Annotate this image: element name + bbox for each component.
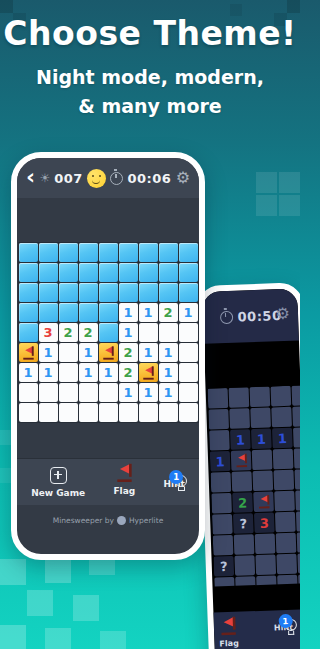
cell-opened[interactable] — [59, 403, 78, 422]
cell-number-1[interactable]: 1 — [139, 303, 158, 322]
cell-number-2[interactable]: 2 — [119, 363, 138, 382]
cell-opened[interactable] — [59, 363, 78, 382]
cell-unopened[interactable] — [274, 491, 295, 512]
cell-opened[interactable] — [159, 323, 178, 342]
flag-button[interactable]: Flag — [113, 468, 135, 496]
flag-icon — [258, 495, 269, 509]
cell-unopened[interactable] — [212, 514, 233, 535]
flag-button-label: Flag — [113, 486, 135, 496]
cell-unopened[interactable] — [250, 386, 271, 407]
decor-square — [45, 628, 71, 649]
cell-unopened[interactable] — [209, 430, 230, 451]
cell-unopened[interactable] — [294, 469, 300, 490]
decor-square — [0, 559, 26, 585]
cell-unopened[interactable] — [293, 427, 300, 448]
cell-unopened[interactable] — [271, 407, 292, 428]
classic-top-bar: ‹ ☀ 007 00:06 ⚙ — [17, 158, 199, 198]
decor-square — [279, 195, 300, 216]
cell-number-2[interactable]: 2 — [159, 303, 178, 322]
classic-bottom-bar: New Game Flag 1 Hint — [17, 458, 199, 505]
cell-unopened[interactable] — [159, 283, 178, 302]
cell-unopened[interactable] — [139, 243, 158, 262]
cell-flag[interactable] — [99, 343, 118, 362]
cell-opened[interactable] — [159, 403, 178, 422]
cell-unopened[interactable] — [232, 471, 253, 492]
subtitle-line-1: Night mode, modern, — [0, 63, 300, 92]
cell-unopened[interactable] — [211, 472, 232, 493]
cell-unopened[interactable] — [235, 576, 256, 586]
cell-flag[interactable] — [19, 343, 38, 362]
gear-icon[interactable]: ⚙ — [275, 306, 290, 322]
page-subtitle: Night mode, modern, & many more — [0, 63, 300, 121]
mine-icon: ☀ — [39, 172, 50, 184]
cell-flag[interactable] — [139, 363, 158, 382]
cell-opened[interactable] — [179, 343, 198, 362]
flag-button[interactable]: Flag — [219, 621, 239, 649]
cell-flag[interactable] — [253, 491, 274, 512]
cell-opened[interactable] — [179, 323, 198, 342]
hint-button[interactable]: 1 Hint — [274, 619, 293, 633]
cell-unopened[interactable] — [252, 470, 273, 491]
flag-icon — [236, 454, 247, 468]
cell-unopened[interactable] — [179, 263, 198, 282]
cell-unopened[interactable] — [256, 575, 277, 586]
cell-unopened[interactable] — [234, 534, 255, 555]
cell-unopened[interactable] — [298, 574, 300, 587]
cell-unopened[interactable] — [59, 283, 78, 302]
decor-square — [27, 590, 53, 616]
cell-number-1[interactable]: 1 — [159, 363, 178, 382]
cell-number-1[interactable]: 1 — [119, 383, 138, 402]
mine-count-value: 007 — [54, 171, 83, 186]
flag-icon — [143, 366, 153, 379]
cell-unopened[interactable] — [252, 449, 273, 470]
hint-button[interactable]: 1 Hint — [164, 475, 185, 489]
cell-opened[interactable] — [79, 403, 98, 422]
cell-number-1[interactable]: 1 — [230, 429, 251, 450]
cell-number-1[interactable]: 1 — [19, 363, 38, 382]
cell-question[interactable]: ? — [213, 556, 234, 577]
cell-number-1[interactable]: 1 — [210, 451, 231, 472]
decor-square — [279, 172, 300, 193]
cell-unopened[interactable] — [297, 532, 300, 553]
decor-square — [45, 557, 71, 583]
cell-number-3[interactable]: 3 — [39, 323, 58, 342]
app-credit-text: Minesweeper by — [53, 516, 114, 525]
cell-number-2[interactable]: 2 — [119, 343, 138, 362]
phone-night-theme: 00:50 ⚙ 11112?3? Flag 1 Hint — [196, 282, 300, 649]
new-game-label: New Game — [31, 488, 85, 498]
cell-unopened[interactable] — [59, 263, 78, 282]
cell-unopened[interactable] — [99, 263, 118, 282]
flag-icon — [117, 464, 131, 482]
cell-unopened[interactable] — [19, 263, 38, 282]
board-area: 1121322111211111121111 — [17, 242, 199, 423]
cell-number-1[interactable]: 1 — [79, 343, 98, 362]
cell-unopened[interactable] — [297, 553, 300, 574]
cell-unopened[interactable] — [119, 283, 138, 302]
cell-number-3[interactable]: 3 — [254, 512, 275, 533]
cell-number-1[interactable]: 1 — [251, 428, 272, 449]
cell-unopened[interactable] — [19, 323, 38, 342]
cell-number-1[interactable]: 1 — [39, 343, 58, 362]
cell-unopened[interactable] — [296, 511, 300, 532]
cell-question[interactable]: ? — [233, 513, 254, 534]
decor-square — [0, 0, 13, 13]
cell-unopened[interactable] — [255, 533, 276, 554]
cell-unopened[interactable] — [159, 263, 178, 282]
cell-number-2[interactable]: 2 — [232, 492, 253, 513]
cell-number-2[interactable]: 2 — [79, 323, 98, 342]
smiley-face-button[interactable] — [87, 169, 106, 188]
cell-opened[interactable] — [179, 363, 198, 382]
cell-unopened[interactable] — [211, 493, 232, 514]
mine-counter: ☀ 007 — [39, 171, 82, 186]
cell-unopened[interactable] — [79, 263, 98, 282]
cell-unopened[interactable] — [99, 303, 118, 322]
cell-unopened[interactable] — [213, 535, 234, 556]
cell-unopened[interactable] — [271, 386, 292, 407]
cell-unopened[interactable] — [273, 449, 294, 470]
cell-unopened[interactable] — [255, 554, 276, 575]
cell-opened[interactable] — [139, 403, 158, 422]
cell-unopened[interactable] — [179, 243, 198, 262]
cell-unopened[interactable] — [99, 243, 118, 262]
cell-unopened[interactable] — [294, 448, 300, 469]
classic-minesweeper-board: 1121322111211111121111 — [19, 243, 198, 422]
cell-opened[interactable] — [139, 323, 158, 342]
cell-unopened[interactable] — [208, 409, 229, 430]
cell-unopened[interactable] — [39, 283, 58, 302]
cell-unopened[interactable] — [234, 555, 255, 576]
cell-unopened[interactable] — [208, 388, 229, 409]
decor-square — [100, 631, 126, 649]
cell-unopened[interactable] — [39, 263, 58, 282]
decor-square — [73, 595, 99, 621]
hyperlite-logo — [117, 516, 126, 525]
cell-unopened[interactable] — [39, 303, 58, 322]
cell-unopened[interactable] — [273, 470, 294, 491]
cell-unopened[interactable] — [139, 263, 158, 282]
decor-square — [256, 172, 277, 193]
timer-counter: 00:06 — [110, 171, 171, 186]
stopwatch-icon — [219, 310, 232, 323]
board-frame: 1121322111211111121111 — [18, 242, 199, 423]
cell-opened[interactable] — [79, 383, 98, 402]
cell-unopened[interactable] — [119, 243, 138, 262]
cell-opened[interactable] — [119, 403, 138, 422]
cell-number-1[interactable]: 1 — [119, 303, 138, 322]
cell-number-1[interactable]: 1 — [159, 383, 178, 402]
cell-number-1[interactable]: 1 — [272, 428, 293, 449]
timer-value: 00:06 — [127, 171, 171, 186]
cell-number-1[interactable]: 1 — [179, 303, 198, 322]
cell-number-1[interactable]: 1 — [139, 343, 158, 362]
cell-opened[interactable] — [59, 383, 78, 402]
cell-unopened[interactable] — [139, 283, 158, 302]
cell-unopened[interactable] — [159, 243, 178, 262]
app-credit: Minesweeper by Hyperlite — [17, 516, 199, 525]
cell-number-1[interactable]: 1 — [99, 363, 118, 382]
cell-unopened[interactable] — [79, 303, 98, 322]
gear-icon[interactable]: ⚙ — [176, 170, 190, 186]
cell-unopened[interactable] — [292, 385, 300, 405]
decor-square — [287, 0, 300, 13]
cell-number-1[interactable]: 1 — [139, 383, 158, 402]
header: Choose Theme! Night mode, modern, & many… — [0, 14, 300, 121]
page-title: Choose Theme! — [0, 14, 300, 53]
decor-square — [256, 195, 277, 216]
app-credit-brand: Hyperlite — [129, 516, 163, 525]
hint-count-badge: 1 — [278, 614, 292, 628]
plus-square-icon — [50, 467, 67, 484]
flag-icon — [221, 617, 236, 636]
cell-unopened[interactable] — [79, 243, 98, 262]
night-minesweeper-board: 11112?3? — [208, 385, 300, 586]
cell-opened[interactable] — [99, 403, 118, 422]
cell-opened[interactable] — [19, 383, 38, 402]
cell-opened[interactable] — [59, 343, 78, 362]
cell-unopened[interactable] — [295, 490, 300, 511]
cell-unopened[interactable] — [179, 283, 198, 302]
cell-unopened[interactable] — [277, 575, 298, 587]
flag-icon — [23, 346, 33, 359]
phone-classic-theme: ‹ ☀ 007 00:06 ⚙ 1121322111211111121111 N… — [11, 152, 205, 560]
cell-unopened[interactable] — [292, 406, 300, 427]
back-chevron-icon[interactable]: ‹ — [26, 168, 35, 186]
cell-unopened[interactable] — [276, 554, 297, 575]
cell-unopened[interactable] — [79, 283, 98, 302]
cell-unopened[interactable] — [99, 283, 118, 302]
cell-unopened[interactable] — [59, 303, 78, 322]
cell-unopened[interactable] — [229, 387, 250, 408]
cell-number-1[interactable]: 1 — [79, 363, 98, 382]
night-top-bar: 00:50 ⚙ — [202, 288, 299, 343]
cell-unopened[interactable] — [276, 533, 297, 554]
cell-unopened[interactable] — [19, 303, 38, 322]
cell-unopened[interactable] — [59, 243, 78, 262]
cell-unopened[interactable] — [39, 243, 58, 262]
cell-number-1[interactable]: 1 — [39, 363, 58, 382]
cell-unopened[interactable] — [19, 243, 38, 262]
night-bottom-bar: Flag 1 Hint — [213, 609, 300, 649]
cell-number-1[interactable]: 1 — [119, 323, 138, 342]
subtitle-line-2: & many more — [0, 92, 300, 121]
decor-square — [0, 625, 26, 649]
cell-unopened[interactable] — [229, 408, 250, 429]
cell-opened[interactable] — [19, 403, 38, 422]
new-game-button[interactable]: New Game — [31, 467, 85, 498]
cell-number-1[interactable]: 1 — [159, 343, 178, 362]
cell-opened[interactable] — [39, 403, 58, 422]
flag-button-label: Flag — [219, 639, 239, 649]
cell-opened[interactable] — [99, 383, 118, 402]
cell-unopened[interactable] — [99, 323, 118, 342]
cell-unopened[interactable] — [19, 283, 38, 302]
cell-flag[interactable] — [231, 450, 252, 471]
flag-icon — [103, 346, 113, 359]
cell-unopened[interactable] — [214, 577, 235, 587]
cell-unopened[interactable] — [275, 512, 296, 533]
cell-opened[interactable] — [179, 403, 198, 422]
stopwatch-icon — [110, 172, 123, 185]
cell-opened[interactable] — [179, 383, 198, 402]
cell-unopened[interactable] — [119, 263, 138, 282]
cell-opened[interactable] — [39, 383, 58, 402]
cell-number-2[interactable]: 2 — [59, 323, 78, 342]
cell-unopened[interactable] — [250, 407, 271, 428]
